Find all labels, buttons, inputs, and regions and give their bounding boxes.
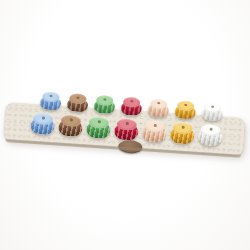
piece-rosaline[interactable] bbox=[147, 98, 169, 117]
piece-brown[interactable] bbox=[67, 93, 89, 112]
piece-clear[interactable] bbox=[198, 124, 223, 147]
piece-blue[interactable] bbox=[30, 113, 55, 136]
piece-green[interactable] bbox=[86, 116, 111, 139]
bead-hole-icon bbox=[181, 126, 184, 129]
piece-brown[interactable] bbox=[58, 115, 83, 138]
piece-red[interactable] bbox=[114, 118, 139, 141]
piece-blue[interactable] bbox=[40, 91, 62, 110]
piece-red[interactable] bbox=[120, 97, 142, 116]
bead-hole-icon bbox=[153, 124, 156, 127]
bead-hole-icon bbox=[209, 128, 212, 131]
coin-token[interactable] bbox=[118, 140, 143, 155]
piece-clear[interactable] bbox=[201, 102, 223, 121]
piece-amber[interactable] bbox=[170, 122, 195, 145]
piece-green[interactable] bbox=[93, 95, 115, 114]
photo-scene bbox=[0, 0, 250, 250]
bead-hole-icon bbox=[69, 118, 72, 121]
piece-amber[interactable] bbox=[174, 100, 196, 119]
display-card-board bbox=[3, 102, 245, 156]
piece-rosaline[interactable] bbox=[142, 120, 167, 143]
bead-hole-icon bbox=[125, 122, 128, 125]
bead-hole-icon bbox=[41, 117, 44, 120]
bead-hole-icon bbox=[97, 120, 100, 123]
